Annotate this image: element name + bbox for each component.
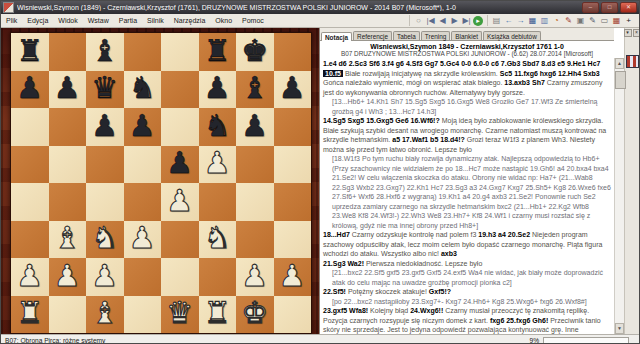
move-text[interactable]: 1.e4 d6 2.Sc3 Sf6 3.f4 g6 4.Sf3 Gg7 5.Gc… (323, 60, 600, 67)
menu-items: PlikEdycjaWidokWstawPartiaSilnikNarzędzi… (1, 17, 269, 24)
piece-white-pawn[interactable]: ♟ (91, 261, 118, 291)
menu-item-wstaw[interactable]: Wstaw (83, 17, 114, 24)
square-f2[interactable] (199, 258, 237, 296)
square-h8[interactable] (274, 33, 312, 71)
tab-trening[interactable]: Trening (421, 31, 450, 40)
record-icon[interactable]: ○ (413, 15, 424, 26)
panel-side-strip: ▾× (624, 28, 639, 334)
move-text[interactable]: axb3 (441, 250, 457, 257)
square-c8[interactable]: ♝ (86, 33, 124, 71)
piece-white-rook[interactable]: ♜ (204, 298, 231, 328)
piece-black-rook[interactable]: ♜ (16, 36, 43, 66)
square-a8[interactable]: ♜ (11, 33, 49, 71)
comment-text: Potężny skoczek atakuje! (348, 288, 429, 295)
square-g2[interactable]: ♟ (236, 258, 274, 296)
square-h5[interactable] (274, 146, 312, 184)
piece-black-bishop[interactable]: ♝ (91, 36, 118, 66)
piece-white-pawn[interactable]: ♟ (54, 261, 81, 291)
status-bar: B07: Obrona Pirca: różne systemy 9% (1, 334, 639, 344)
square-g3[interactable] (236, 221, 274, 259)
comment-text: Kolejny błąd (370, 307, 410, 314)
piece-black-pawn[interactable]: ♟ (54, 73, 81, 103)
app-icon (3, 2, 14, 13)
pencil-icon[interactable]: ✎ (587, 15, 598, 26)
menu-item-plik[interactable]: Plik (1, 17, 22, 24)
square-a1[interactable]: ♜ (11, 296, 49, 334)
piece-black-pawn[interactable]: ♟ (166, 148, 193, 178)
header-players: Wisniewski,Szymon 1849 - Czerniawski,Krz… (322, 43, 612, 50)
mainline-paragraph: 21.Sg3 Wa2! Pierwsza niedokładność. Leps… (323, 259, 612, 269)
menu-item-pomoc[interactable]: Pomoc (237, 17, 269, 24)
comment-text: Białe rozwijają inicjatywę na skrzydle k… (343, 70, 500, 77)
piece-black-pawn[interactable]: ♟ (16, 73, 43, 103)
square-h6[interactable] (274, 108, 312, 146)
status-percent: 9% (529, 337, 539, 344)
piece-white-knight[interactable]: ♞ (204, 223, 231, 253)
move-text[interactable]: Sc5 11.fxg6 hxg6 12.Hh4 Sxb3 (500, 70, 600, 77)
square-b7[interactable]: ♟ (49, 71, 87, 109)
game-header: Wisniewski,Szymon 1849 - Czerniawski,Krz… (320, 41, 614, 58)
move-text[interactable]: Gxf5!? (429, 288, 451, 295)
variation-paragraph: [21...bxc2 22.Sf5 gxf5 23.gxf5 Gxf5 24.e… (323, 268, 612, 287)
status-opening-name: B07: Obrona Pirca: różne systemy (5, 337, 105, 344)
title-bar: Wisniewski,Szymon (1849) - Czerniawski,K… (1, 1, 639, 14)
variation-text: [18.W1f3 Po tym ruchu biały rozwija dyna… (332, 155, 611, 229)
square-d5[interactable] (124, 146, 162, 184)
piece-white-pawn[interactable]: ♟ (279, 261, 306, 291)
square-e3[interactable] (161, 221, 199, 259)
square-e8[interactable] (161, 33, 199, 71)
notation-tabs: NotacjaReferencjeTabelaTreningBlankietKs… (320, 28, 614, 41)
mainline-paragraph: 14.Sg5 Sxg5 15.Gxg5 Ge6 16.Wf6!? Moją id… (323, 116, 612, 154)
move-text[interactable]: 19.h3 a4 20.Se2 (478, 231, 532, 238)
application-window: Wisniewski,Szymon (1849) - Czerniawski,K… (0, 0, 640, 344)
scroll-down-icon[interactable]: ▼ (615, 323, 624, 334)
mainline-paragraph: 1.e4 d6 2.Sc3 Sf6 3.f4 g6 4.Sf3 Gg7 5.Gc… (323, 59, 612, 97)
variation-paragraph: [18.W1f3 Po tym ruchu biały rozwija dyna… (323, 154, 612, 230)
move-text[interactable]: 21.Sg3 Wa2! (323, 260, 366, 267)
piece-white-knight[interactable]: ♞ (91, 223, 118, 253)
mainline-paragraph: 22.Sf5! Potężny skoczek atakuje! Gxf5!? (323, 287, 612, 297)
printer-icon[interactable]: ▭ (599, 15, 610, 26)
square-a4[interactable] (11, 183, 49, 221)
main-area: ♜♝♜♚♟♟♛♞♟♝♟♟♟♞♟♟♟♟♝♞♟♞♟♟♟♟♟♜♝♛♜♚ Notacja… (1, 28, 639, 334)
square-c1[interactable]: ♝ (86, 296, 124, 334)
piece-white-bishop[interactable]: ♝ (91, 298, 118, 328)
clock-icon[interactable]: ◔ (551, 15, 562, 26)
menu-item-widok[interactable]: Widok (53, 17, 82, 24)
board-frame: ♜♝♜♚♟♟♛♞♟♝♟♟♟♞♟♟♟♟♝♞♟♞♟♟♟♟♟♜♝♛♜♚ (1, 28, 319, 334)
menu-item-okno[interactable]: Okno (210, 17, 237, 24)
square-g5[interactable] (236, 146, 274, 184)
redo-arrow-icon[interactable]: → (515, 15, 526, 26)
square-f5[interactable]: ♟ (199, 146, 237, 184)
piece-black-king[interactable]: ♚ (241, 36, 268, 66)
square-c7[interactable]: ♛ (86, 71, 124, 109)
variation-text: [13...Hb6+ 14.Kh1 Sh7 15.Sg5 Sxg5 16.Gxg… (332, 98, 597, 115)
current-move[interactable]: 10.f5 (323, 70, 343, 77)
piece-black-pawn[interactable]: ♟ (241, 111, 268, 141)
variation-paragraph: [po 22...bxc2 nastąpiłoby 23.Sxg7+- Kxg7… (323, 297, 612, 307)
close-button[interactable]: ✕ (620, 2, 637, 13)
step-forward-icon[interactable]: ▶ (449, 15, 460, 26)
status-progress-bar (543, 337, 629, 344)
piece-black-bishop[interactable]: ♝ (241, 73, 268, 103)
navigation-toolbar: ○|◀◀▶▶|▸ (409, 15, 486, 26)
tab-książkadebiutów[interactable]: Książka debiutów (483, 31, 541, 40)
piece-black-pawn[interactable]: ♟ (129, 111, 156, 141)
move-text[interactable]: a5 17.Waf1 b5 18.d4!? (392, 136, 466, 143)
piece-white-pawn[interactable]: ♟ (241, 261, 268, 291)
piece-black-knight[interactable]: ♞ (129, 73, 156, 103)
square-d3[interactable]: ♟ (124, 221, 162, 259)
square-d6[interactable]: ♟ (124, 108, 162, 146)
square-g6[interactable]: ♟ (236, 108, 274, 146)
square-h4[interactable] (274, 183, 312, 221)
square-d2[interactable] (124, 258, 162, 296)
square-d4[interactable] (124, 183, 162, 221)
menu-item-narzdzia[interactable]: Narzędzia (169, 17, 211, 24)
square-f6[interactable]: ♞ (199, 108, 237, 146)
piece-white-king[interactable]: ♚ (241, 298, 268, 328)
file-toolbar: ▤←→▦▥◔✎▣✎▭▦+ (487, 15, 637, 26)
move-text[interactable]: fxg6 25.fxg6 Gh6! (490, 317, 550, 324)
square-e7[interactable] (161, 71, 199, 109)
engine-play-icon[interactable]: ▸ (473, 16, 483, 26)
piece-black-pawn[interactable]: ♟ (91, 111, 118, 141)
move-text[interactable]: 14.Sg5 Sxg5 15.Gxg5 Ge6 16.Wf6!? (323, 117, 442, 124)
square-b6[interactable] (49, 108, 87, 146)
mainline-paragraph: 23.gxf5 Wfa8! Kolejny błąd 24.Wxg6!! Cza… (323, 306, 612, 334)
square-f8[interactable]: ♜ (199, 33, 237, 71)
window-title: Wisniewski,Szymon (1849) - Czerniawski,K… (17, 4, 580, 11)
square-a6[interactable] (11, 108, 49, 146)
variation-paragraph: [13...Hb6+ 14.Kh1 Sh7 15.Sg5 Sxg5 16.Gxg… (323, 97, 612, 116)
menu-item-silnik[interactable]: Silnik (142, 17, 169, 24)
square-h1[interactable] (274, 296, 312, 334)
square-e5[interactable]: ♟ (161, 146, 199, 184)
square-e2[interactable] (161, 258, 199, 296)
piece-black-pawn[interactable]: ♟ (279, 73, 306, 103)
menu-bar: PlikEdycjaWidokWstawPartiaSilnikNarzędzi… (1, 14, 639, 28)
square-b1[interactable] (49, 296, 87, 334)
menu-item-partia[interactable]: Partia (114, 17, 142, 24)
piece-black-pawn[interactable]: ♟ (204, 73, 231, 103)
annotate-icon[interactable]: ✎ (563, 15, 574, 26)
undo-arrow-icon[interactable]: ← (503, 15, 514, 26)
square-g1[interactable]: ♚ (236, 296, 274, 334)
square-e6[interactable] (161, 108, 199, 146)
square-f4[interactable] (199, 183, 237, 221)
panel-close-icon[interactable]: × (633, 29, 640, 37)
new-document-icon[interactable]: ▤ (491, 15, 502, 26)
square-c2[interactable]: ♟ (86, 258, 124, 296)
square-c3[interactable]: ♞ (86, 221, 124, 259)
menu-item-edycja[interactable]: Edycja (22, 17, 53, 24)
square-g4[interactable] (236, 183, 274, 221)
board-window-icon[interactable]: ▦ (611, 15, 622, 26)
piece-white-queen[interactable]: ♛ (166, 298, 193, 328)
square-b3[interactable]: ♝ (49, 221, 87, 259)
square-d1[interactable] (124, 296, 162, 334)
square-c4[interactable] (86, 183, 124, 221)
copy-icon[interactable]: ▣ (575, 15, 586, 26)
save-icon[interactable]: ▦ (527, 15, 538, 26)
notation-scrollbar[interactable]: ▲ ▼ (614, 58, 624, 334)
tab-tabela[interactable]: Tabela (393, 31, 420, 40)
panel-collapse-icon[interactable]: ▾ (624, 29, 632, 37)
square-f3[interactable]: ♞ (199, 221, 237, 259)
notation-text[interactable]: 1.e4 d6 2.Sc3 Sf6 3.f4 g6 4.Sf3 Gg7 5.Gc… (320, 58, 614, 334)
jump-end-icon[interactable]: ▶| (461, 15, 472, 26)
square-f7[interactable]: ♟ (199, 71, 237, 109)
piece-white-pawn[interactable]: ♟ (16, 261, 43, 291)
square-g8[interactable]: ♚ (236, 33, 274, 71)
piece-white-rook[interactable]: ♜ (16, 298, 43, 328)
comment-text: Pierwsza niedokładność. Lepsze było (366, 260, 482, 267)
tab-blankiet[interactable]: Blankiet (451, 31, 482, 40)
header-event: B07 DRUZYNOWE MISTRZOSTWA POLSKI JUNIORO… (322, 50, 612, 57)
square-b8[interactable] (49, 33, 87, 71)
square-d8[interactable] (124, 33, 162, 71)
variation-text: [21...bxc2 22.Sf5 gxf5 23.gxf5 Gxf5 24.e… (332, 269, 603, 286)
square-f1[interactable]: ♜ (199, 296, 237, 334)
move-text[interactable]: 22.Sf5! (323, 288, 348, 295)
save-database-icon[interactable]: ▥ (539, 15, 550, 26)
square-b5[interactable] (49, 146, 87, 184)
mainline-paragraph: 18...Hd7 Czarny odzyskuje kontrolę nad p… (323, 230, 612, 259)
square-h3[interactable] (274, 221, 312, 259)
scrollbar-track[interactable] (615, 69, 624, 323)
square-e1[interactable]: ♛ (161, 296, 199, 334)
square-h2[interactable]: ♟ (274, 258, 312, 296)
scrollbar-thumb[interactable] (615, 71, 626, 89)
piece-black-knight[interactable]: ♞ (204, 111, 231, 141)
comment-text: Gońca należało wymienić, mógł on wspiera… (323, 79, 504, 86)
square-h7[interactable]: ♟ (274, 71, 312, 109)
variation-text: [po 22...bxc2 nastąpiłoby 23.Sxg7+- Kxg7… (332, 298, 587, 305)
chess-board[interactable]: ♜♝♜♚♟♟♛♞♟♝♟♟♟♞♟♟♟♟♝♞♟♞♟♟♟♟♟♜♝♛♜♚ (10, 32, 312, 334)
move-text[interactable]: 18...Hd7 (323, 231, 352, 238)
tab-notacja[interactable]: Notacja (321, 32, 352, 41)
square-a3[interactable] (11, 221, 49, 259)
square-g7[interactable]: ♝ (236, 71, 274, 109)
move-text[interactable]: 23.gxf5 Wfa8! (323, 307, 370, 314)
piece-white-bishop[interactable]: ♝ (54, 223, 81, 253)
step-back-icon[interactable]: ◀ (437, 15, 448, 26)
square-c6[interactable]: ♟ (86, 108, 124, 146)
piece-white-pawn[interactable]: ♟ (204, 148, 231, 178)
move-text[interactable]: 24.Wxg6!! (410, 307, 445, 314)
mini-board-icon[interactable] (626, 55, 639, 68)
piece-black-rook[interactable]: ♜ (204, 36, 231, 66)
jump-start-icon[interactable]: |◀ (425, 15, 436, 26)
toolbar: ○|◀◀▶▶|▸ ▤←→▦▥◔✎▣✎▭▦+ (409, 15, 639, 26)
notation-panel: NotacjaReferencjeTabelaTreningBlankietKs… (319, 28, 639, 334)
square-e4[interactable]: ♟ (161, 183, 199, 221)
piece-white-pawn[interactable]: ♟ (129, 223, 156, 253)
piece-black-queen[interactable]: ♛ (91, 73, 118, 103)
move-text[interactable]: 13.axb3 Sh7 (504, 79, 546, 86)
square-b2[interactable]: ♟ (49, 258, 87, 296)
scroll-up-icon[interactable]: ▲ (615, 58, 624, 69)
square-a2[interactable]: ♟ (11, 258, 49, 296)
square-d7[interactable]: ♞ (124, 71, 162, 109)
minimize-button[interactable]: – (582, 2, 599, 13)
square-b4[interactable] (49, 183, 87, 221)
square-a7[interactable]: ♟ (11, 71, 49, 109)
square-c5[interactable] (86, 146, 124, 184)
maximize-button[interactable]: □ (601, 2, 618, 13)
comment-text: Czarny odzyskuje kontrolę nad polem f3 (352, 231, 478, 238)
square-a5[interactable] (11, 146, 49, 184)
plus-icon[interactable]: + (623, 15, 634, 26)
tab-referencje[interactable]: Referencje (353, 31, 392, 40)
piece-white-pawn[interactable]: ♟ (166, 186, 193, 216)
